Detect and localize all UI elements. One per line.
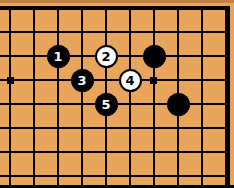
- go-diagram-image: { "game": "go", "diagram_type": "sequenc…: [0, 0, 234, 188]
- star-point-k16: [7, 77, 14, 84]
- board-intersection: [94, 140, 118, 164]
- board-intersection: [22, 116, 46, 140]
- image-top-border-strip: [0, 0, 234, 3]
- board-intersection: 1: [46, 44, 70, 68]
- board-intersection: [142, 44, 166, 68]
- image-bottom-border-line: [0, 185, 234, 188]
- board-intersection: [166, 68, 190, 92]
- board-intersection: [0, 116, 22, 140]
- board-intersection: [166, 140, 190, 164]
- board-intersection: [142, 20, 166, 44]
- board-intersection: [190, 140, 214, 164]
- board-intersection: [46, 116, 70, 140]
- star-point-q16: [150, 77, 157, 84]
- black-stone-m17: 1: [47, 45, 70, 68]
- board-intersection: [46, 20, 70, 44]
- board-intersection: [190, 92, 214, 116]
- board-intersection: [190, 44, 214, 68]
- board-intersection: 2: [94, 44, 118, 68]
- board-intersection: [0, 92, 22, 116]
- board-right-edge-line: [226, 6, 230, 188]
- black-stone-q17: [143, 45, 166, 68]
- board-intersection: [94, 116, 118, 140]
- board-intersection: [94, 68, 118, 92]
- board-intersection: [22, 140, 46, 164]
- board-intersection: [190, 20, 214, 44]
- board-intersection: [142, 92, 166, 116]
- board-intersection: [118, 140, 142, 164]
- board-intersection: [46, 68, 70, 92]
- board-intersection: [118, 116, 142, 140]
- board-intersection: [46, 92, 70, 116]
- board-intersection: [70, 140, 94, 164]
- board-intersection: [166, 92, 190, 116]
- board-intersection: [0, 20, 22, 44]
- board-intersection: 5: [94, 92, 118, 116]
- black-stone-r15: [167, 93, 190, 116]
- board-intersection: 4: [118, 68, 142, 92]
- board-top-edge-line: [0, 6, 230, 10]
- board-intersection: [94, 20, 118, 44]
- board-intersection: [46, 140, 70, 164]
- board-intersection: [70, 92, 94, 116]
- board-intersection: [190, 116, 214, 140]
- black-stone-o15: 5: [95, 93, 118, 116]
- board-right-margin: [230, 0, 234, 188]
- go-board-grid: 12345: [0, 0, 234, 188]
- white-stone-p16: 4: [119, 69, 142, 92]
- board-intersection: 3: [70, 68, 94, 92]
- board-intersection: [70, 116, 94, 140]
- black-stone-n16: 3: [71, 69, 94, 92]
- board-intersection: [190, 68, 214, 92]
- board-intersection: [0, 44, 22, 68]
- board-intersection: [142, 116, 166, 140]
- board-intersection: [142, 140, 166, 164]
- board-intersection: [118, 92, 142, 116]
- board-intersection: [166, 116, 190, 140]
- board-intersection: [118, 20, 142, 44]
- board-intersection: [22, 20, 46, 44]
- board-intersection: [118, 44, 142, 68]
- board-intersection: [70, 20, 94, 44]
- board-intersection: [166, 20, 190, 44]
- board-intersection: [22, 92, 46, 116]
- board-intersection: [22, 68, 46, 92]
- white-stone-o17: 2: [95, 45, 118, 68]
- board-intersection: [70, 44, 94, 68]
- board-intersection: [166, 44, 190, 68]
- board-intersection: [22, 44, 46, 68]
- board-intersection: [0, 140, 22, 164]
